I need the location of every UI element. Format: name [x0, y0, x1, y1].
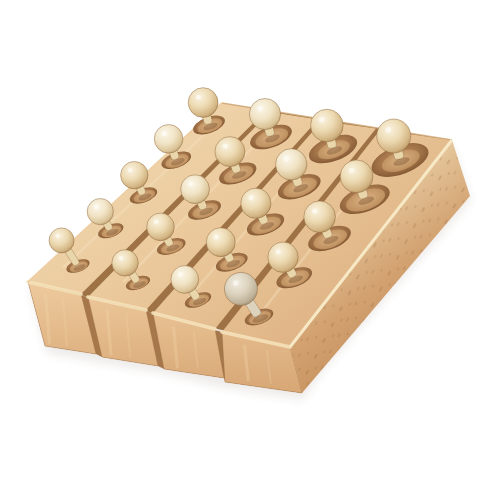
block-1-slot-4-knob-highlight [162, 131, 167, 136]
product-photo-canvas [0, 0, 500, 500]
block-1-slot-2-knob-highlight [94, 205, 98, 209]
block-1-slot-5-knob-highlight [196, 95, 201, 100]
block-1-slot-1-knob-highlight [55, 234, 59, 238]
block-1-slot-3-knob-highlight [128, 168, 133, 173]
